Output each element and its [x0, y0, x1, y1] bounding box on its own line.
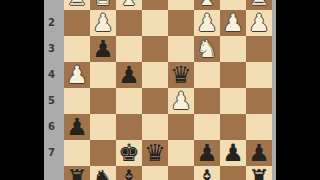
square-h7[interactable]: [64, 140, 90, 166]
piece-black-pawn[interactable]: ♟: [194, 140, 220, 166]
piece-black-pawn[interactable]: ♟: [90, 36, 116, 62]
square-a4[interactable]: [246, 62, 272, 88]
square-g5[interactable]: [90, 88, 116, 114]
square-f2[interactable]: [116, 10, 142, 36]
square-b2[interactable]: ♟: [220, 10, 246, 36]
square-c3[interactable]: ♞: [194, 36, 220, 62]
square-d1[interactable]: [168, 0, 194, 10]
square-f3[interactable]: [116, 36, 142, 62]
square-e2[interactable]: [142, 10, 168, 36]
square-b6[interactable]: [220, 114, 246, 140]
piece-black-rook[interactable]: ♜: [246, 166, 272, 180]
piece-black-king[interactable]: ♚: [116, 140, 142, 166]
square-f8[interactable]: ♝: [116, 166, 142, 180]
piece-black-knight[interactable]: ♞: [90, 166, 116, 180]
square-h1[interactable]: ♜: [64, 0, 90, 10]
square-g7[interactable]: [90, 140, 116, 166]
rank-label-2: 2: [44, 15, 59, 31]
piece-black-pawn[interactable]: ♟: [220, 140, 246, 166]
piece-black-rook[interactable]: ♜: [64, 166, 90, 180]
square-b4[interactable]: [220, 62, 246, 88]
square-g2[interactable]: ♟: [90, 10, 116, 36]
square-a3[interactable]: [246, 36, 272, 62]
square-a6[interactable]: [246, 114, 272, 140]
piece-white-pawn[interactable]: ♟: [194, 10, 220, 36]
square-h4[interactable]: ♟: [64, 62, 90, 88]
square-e6[interactable]: [142, 114, 168, 140]
square-h5[interactable]: [64, 88, 90, 114]
piece-black-bishop[interactable]: ♝: [194, 166, 220, 180]
square-f7[interactable]: ♚: [116, 140, 142, 166]
square-h2[interactable]: [64, 10, 90, 36]
square-d2[interactable]: [168, 10, 194, 36]
piece-black-queen[interactable]: ♛: [168, 62, 194, 88]
chess-diagram: ♜♚♝♝♜♟♟♟♟♟♞♟♟♛♟♟♚♛♟♟♟♜♞♝♝♜ 234567: [0, 0, 320, 180]
piece-white-pawn[interactable]: ♟: [168, 88, 194, 114]
piece-white-knight[interactable]: ♞: [194, 36, 220, 62]
piece-white-pawn[interactable]: ♟: [220, 10, 246, 36]
square-d3[interactable]: [168, 36, 194, 62]
square-d6[interactable]: [168, 114, 194, 140]
rank-label-4: 4: [44, 67, 59, 83]
rank-label-5: 5: [44, 93, 59, 109]
square-f4[interactable]: ♟: [116, 62, 142, 88]
square-b3[interactable]: [220, 36, 246, 62]
square-b5[interactable]: [220, 88, 246, 114]
square-e5[interactable]: [142, 88, 168, 114]
rank-label-7: 7: [44, 145, 59, 161]
piece-black-queen[interactable]: ♛: [142, 140, 168, 166]
square-d4[interactable]: ♛: [168, 62, 194, 88]
square-c7[interactable]: ♟: [194, 140, 220, 166]
square-b7[interactable]: ♟: [220, 140, 246, 166]
square-f1[interactable]: ♝: [116, 0, 142, 10]
square-e7[interactable]: ♛: [142, 140, 168, 166]
square-g4[interactable]: [90, 62, 116, 88]
square-d7[interactable]: [168, 140, 194, 166]
square-b8[interactable]: [220, 166, 246, 180]
square-a2[interactable]: ♟: [246, 10, 272, 36]
square-e8[interactable]: [142, 166, 168, 180]
chess-board[interactable]: ♜♚♝♝♜♟♟♟♟♟♞♟♟♛♟♟♚♛♟♟♟♜♞♝♝♜: [64, 0, 272, 180]
square-h8[interactable]: ♜: [64, 166, 90, 180]
piece-white-rook[interactable]: ♜: [64, 0, 90, 10]
piece-white-pawn[interactable]: ♟: [90, 10, 116, 36]
square-a8[interactable]: ♜: [246, 166, 272, 180]
square-g6[interactable]: [90, 114, 116, 140]
square-d8[interactable]: [168, 166, 194, 180]
square-e1[interactable]: [142, 0, 168, 10]
square-h3[interactable]: [64, 36, 90, 62]
square-a5[interactable]: [246, 88, 272, 114]
square-c2[interactable]: ♟: [194, 10, 220, 36]
square-c4[interactable]: [194, 62, 220, 88]
piece-black-pawn[interactable]: ♟: [64, 114, 90, 140]
square-f6[interactable]: [116, 114, 142, 140]
square-c5[interactable]: [194, 88, 220, 114]
square-h6[interactable]: ♟: [64, 114, 90, 140]
square-f5[interactable]: [116, 88, 142, 114]
rank-label-6: 6: [44, 119, 59, 135]
square-e3[interactable]: [142, 36, 168, 62]
square-c8[interactable]: ♝: [194, 166, 220, 180]
piece-white-pawn[interactable]: ♟: [246, 10, 272, 36]
piece-white-bishop[interactable]: ♝: [116, 0, 142, 10]
rank-label-3: 3: [44, 41, 59, 57]
piece-white-pawn[interactable]: ♟: [64, 62, 90, 88]
piece-black-pawn[interactable]: ♟: [116, 62, 142, 88]
square-g8[interactable]: ♞: [90, 166, 116, 180]
square-e4[interactable]: [142, 62, 168, 88]
square-c6[interactable]: [194, 114, 220, 140]
piece-black-bishop[interactable]: ♝: [116, 166, 142, 180]
square-d5[interactable]: ♟: [168, 88, 194, 114]
piece-black-pawn[interactable]: ♟: [246, 140, 272, 166]
square-g3[interactable]: ♟: [90, 36, 116, 62]
square-a7[interactable]: ♟: [246, 140, 272, 166]
